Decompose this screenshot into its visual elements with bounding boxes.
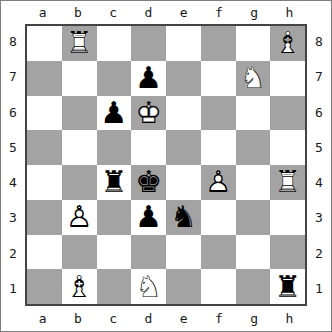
file-label-f: f xyxy=(201,6,236,19)
square-b3[interactable]: ♟♙ xyxy=(62,200,97,235)
square-f8[interactable] xyxy=(201,26,236,61)
rank-label-6: 6 xyxy=(9,106,17,119)
rank-label-8: 8 xyxy=(9,35,17,48)
square-f4[interactable]: ♟♙ xyxy=(201,165,236,200)
file-label-d: d xyxy=(131,6,166,19)
chess-board: ♜♖♝♗♟♞♘♟♚♔♜♚♟♙♜♖♟♙♟♞♝♗♞♘♜ xyxy=(25,24,307,306)
white-knight-outline: ♘ xyxy=(236,61,271,96)
file-label-h: h xyxy=(272,6,307,19)
square-e7[interactable] xyxy=(166,61,201,96)
square-f1[interactable] xyxy=(201,269,236,304)
rank-label-5: 5 xyxy=(9,141,17,154)
square-c4[interactable]: ♜ xyxy=(97,165,132,200)
square-d7[interactable]: ♟ xyxy=(131,61,166,96)
corner-top-right xyxy=(307,1,331,24)
square-c6[interactable]: ♟ xyxy=(97,96,132,131)
rank-label-2: 2 xyxy=(9,247,17,260)
square-d1[interactable]: ♞♘ xyxy=(131,269,166,304)
square-a2[interactable] xyxy=(27,235,62,270)
square-g8[interactable] xyxy=(236,26,271,61)
white-pawn[interactable]: ♟♙ xyxy=(201,165,236,200)
white-rook[interactable]: ♜♖ xyxy=(270,165,305,200)
square-b8[interactable]: ♜♖ xyxy=(62,26,97,61)
rank-labels-right: 87654321 xyxy=(307,24,331,306)
file-label-a: a xyxy=(25,6,60,19)
white-bishop[interactable]: ♝♗ xyxy=(62,269,97,304)
square-a6[interactable] xyxy=(27,96,62,131)
square-h5[interactable] xyxy=(270,130,305,165)
square-d6[interactable]: ♚♔ xyxy=(131,96,166,131)
white-knight[interactable]: ♞♘ xyxy=(236,61,271,96)
square-c2[interactable] xyxy=(97,235,132,270)
black-rook[interactable]: ♜ xyxy=(97,165,132,200)
white-pawn-outline: ♙ xyxy=(201,165,236,200)
white-rook[interactable]: ♜♖ xyxy=(62,26,97,61)
square-g4[interactable] xyxy=(236,165,271,200)
black-rook[interactable]: ♜ xyxy=(270,269,305,304)
square-e6[interactable] xyxy=(166,96,201,131)
square-g6[interactable] xyxy=(236,96,271,131)
square-a1[interactable] xyxy=(27,269,62,304)
square-h3[interactable] xyxy=(270,200,305,235)
black-king[interactable]: ♚ xyxy=(131,165,166,200)
file-label-f: f xyxy=(201,312,236,325)
white-bishop-outline: ♗ xyxy=(62,269,97,304)
white-bishop-outline: ♗ xyxy=(270,26,305,61)
square-b7[interactable] xyxy=(62,61,97,96)
square-f3[interactable] xyxy=(201,200,236,235)
square-h2[interactable] xyxy=(270,235,305,270)
square-c7[interactable] xyxy=(97,61,132,96)
square-d8[interactable] xyxy=(131,26,166,61)
white-rook-outline: ♖ xyxy=(62,26,97,61)
square-h6[interactable] xyxy=(270,96,305,131)
square-d2[interactable] xyxy=(131,235,166,270)
square-h8[interactable]: ♝♗ xyxy=(270,26,305,61)
rank-labels-left: 87654321 xyxy=(1,24,25,306)
square-e4[interactable] xyxy=(166,165,201,200)
square-g3[interactable] xyxy=(236,200,271,235)
file-label-g: g xyxy=(237,6,272,19)
white-pawn[interactable]: ♟♙ xyxy=(62,200,97,235)
square-b6[interactable] xyxy=(62,96,97,131)
black-pawn[interactable]: ♟ xyxy=(131,61,166,96)
square-f5[interactable] xyxy=(201,130,236,165)
rank-label-4: 4 xyxy=(9,176,17,189)
corner-bottom-left xyxy=(1,306,25,331)
rank-label-1: 1 xyxy=(315,282,323,295)
file-label-b: b xyxy=(60,312,95,325)
square-g2[interactable] xyxy=(236,235,271,270)
corner-top-left xyxy=(1,1,25,24)
rank-label-3: 3 xyxy=(315,211,323,224)
file-label-e: e xyxy=(166,312,201,325)
square-d3[interactable]: ♟ xyxy=(131,200,166,235)
rank-label-8: 8 xyxy=(315,35,323,48)
file-label-c: c xyxy=(96,6,131,19)
square-b5[interactable] xyxy=(62,130,97,165)
rank-label-3: 3 xyxy=(9,211,17,224)
white-knight[interactable]: ♞♘ xyxy=(131,269,166,304)
white-king[interactable]: ♚♔ xyxy=(131,96,166,131)
file-label-h: h xyxy=(272,312,307,325)
square-b4[interactable] xyxy=(62,165,97,200)
square-d4[interactable]: ♚ xyxy=(131,165,166,200)
black-pawn[interactable]: ♟ xyxy=(97,96,132,131)
square-e1[interactable] xyxy=(166,269,201,304)
square-f7[interactable] xyxy=(201,61,236,96)
square-g7[interactable]: ♞♘ xyxy=(236,61,271,96)
square-d5[interactable] xyxy=(131,130,166,165)
square-a8[interactable] xyxy=(27,26,62,61)
rank-label-4: 4 xyxy=(315,176,323,189)
file-label-g: g xyxy=(237,312,272,325)
white-king-outline: ♔ xyxy=(131,96,166,131)
file-label-b: b xyxy=(60,6,95,19)
file-label-a: a xyxy=(25,312,60,325)
square-c5[interactable] xyxy=(97,130,132,165)
rank-label-5: 5 xyxy=(315,141,323,154)
square-b2[interactable] xyxy=(62,235,97,270)
square-a7[interactable] xyxy=(27,61,62,96)
square-c8[interactable] xyxy=(97,26,132,61)
square-e8[interactable] xyxy=(166,26,201,61)
square-e2[interactable] xyxy=(166,235,201,270)
square-f2[interactable] xyxy=(201,235,236,270)
black-knight[interactable]: ♞ xyxy=(166,200,201,235)
square-e3[interactable]: ♞ xyxy=(166,200,201,235)
square-a4[interactable] xyxy=(27,165,62,200)
file-label-c: c xyxy=(96,312,131,325)
rank-label-7: 7 xyxy=(9,70,17,83)
corner-bottom-right xyxy=(307,306,331,331)
file-labels-bottom: abcdefgh xyxy=(25,306,307,331)
square-g1[interactable] xyxy=(236,269,271,304)
square-c1[interactable] xyxy=(97,269,132,304)
file-label-e: e xyxy=(166,6,201,19)
white-rook-outline: ♖ xyxy=(270,165,305,200)
square-h4[interactable]: ♜♖ xyxy=(270,165,305,200)
file-labels-top: abcdefgh xyxy=(25,1,307,24)
black-pawn[interactable]: ♟ xyxy=(131,200,166,235)
chess-diagram: abcdefgh 87654321 ♜♖♝♗♟♞♘♟♚♔♜♚♟♙♜♖♟♙♟♞♝♗… xyxy=(0,0,332,332)
file-label-d: d xyxy=(131,312,166,325)
square-b1[interactable]: ♝♗ xyxy=(62,269,97,304)
rank-label-7: 7 xyxy=(315,70,323,83)
square-a5[interactable] xyxy=(27,130,62,165)
white-pawn-outline: ♙ xyxy=(62,200,97,235)
square-h7[interactable] xyxy=(270,61,305,96)
square-g5[interactable] xyxy=(236,130,271,165)
white-bishop[interactable]: ♝♗ xyxy=(270,26,305,61)
square-h1[interactable]: ♜ xyxy=(270,269,305,304)
rank-label-2: 2 xyxy=(315,247,323,260)
square-e5[interactable] xyxy=(166,130,201,165)
square-c3[interactable] xyxy=(97,200,132,235)
rank-label-1: 1 xyxy=(9,282,17,295)
rank-label-6: 6 xyxy=(315,106,323,119)
white-knight-outline: ♘ xyxy=(131,269,166,304)
square-a3[interactable] xyxy=(27,200,62,235)
square-f6[interactable] xyxy=(201,96,236,131)
